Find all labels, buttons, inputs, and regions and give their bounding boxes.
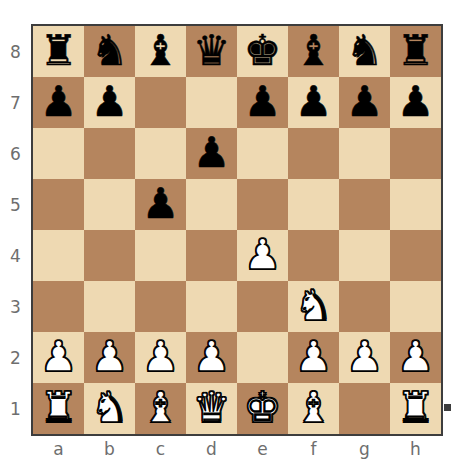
square-f3[interactable]: ♞: [288, 281, 339, 332]
piece-white-pawn[interactable]: ♟: [91, 336, 129, 378]
square-d6[interactable]: ♟: [186, 128, 237, 179]
square-b8[interactable]: ♞: [84, 26, 135, 77]
piece-white-pawn[interactable]: ♟: [193, 336, 231, 378]
rank-label-3: 3: [0, 281, 31, 332]
piece-white-queen[interactable]: ♛: [193, 387, 231, 429]
piece-black-pawn[interactable]: ♟: [397, 81, 435, 123]
square-g3[interactable]: [339, 281, 390, 332]
square-b1[interactable]: ♞: [84, 383, 135, 434]
square-b5[interactable]: [84, 179, 135, 230]
square-c4[interactable]: [135, 230, 186, 281]
square-e3[interactable]: [237, 281, 288, 332]
piece-black-king[interactable]: ♚: [244, 30, 282, 72]
rank-label-5: 5: [0, 179, 31, 230]
square-h6[interactable]: [390, 128, 441, 179]
piece-black-pawn[interactable]: ♟: [40, 81, 78, 123]
rank-label-4: 4: [0, 230, 31, 281]
piece-white-knight[interactable]: ♞: [91, 387, 129, 429]
square-h5[interactable]: [390, 179, 441, 230]
square-e8[interactable]: ♚: [237, 26, 288, 77]
square-g2[interactable]: ♟: [339, 332, 390, 383]
piece-black-bishop[interactable]: ♝: [295, 30, 333, 72]
square-c3[interactable]: [135, 281, 186, 332]
file-label-f: f: [288, 437, 339, 461]
square-d1[interactable]: ♛: [186, 383, 237, 434]
square-d8[interactable]: ♛: [186, 26, 237, 77]
square-c2[interactable]: ♟: [135, 332, 186, 383]
piece-white-pawn[interactable]: ♟: [244, 234, 282, 276]
piece-white-king[interactable]: ♚: [244, 387, 282, 429]
rank-label-6: 6: [0, 128, 31, 179]
square-d3[interactable]: [186, 281, 237, 332]
piece-black-queen[interactable]: ♛: [193, 30, 231, 72]
square-g5[interactable]: [339, 179, 390, 230]
file-label-e: e: [237, 437, 288, 461]
rank-label-8: 8: [0, 26, 31, 77]
square-h4[interactable]: [390, 230, 441, 281]
rank-label-1: 1: [0, 383, 31, 434]
square-h2[interactable]: ♟: [390, 332, 441, 383]
square-f1[interactable]: ♝: [288, 383, 339, 434]
piece-black-bishop[interactable]: ♝: [142, 30, 180, 72]
piece-white-pawn[interactable]: ♟: [397, 336, 435, 378]
rank-label-7: 7: [0, 77, 31, 128]
square-b2[interactable]: ♟: [84, 332, 135, 383]
square-a8[interactable]: ♜: [33, 26, 84, 77]
square-e1[interactable]: ♚: [237, 383, 288, 434]
square-h1[interactable]: ♜: [390, 383, 441, 434]
square-b4[interactable]: [84, 230, 135, 281]
square-e2[interactable]: [237, 332, 288, 383]
piece-black-rook[interactable]: ♜: [397, 30, 435, 72]
piece-black-knight[interactable]: ♞: [91, 30, 129, 72]
square-d2[interactable]: ♟: [186, 332, 237, 383]
square-f2[interactable]: ♟: [288, 332, 339, 383]
piece-black-pawn[interactable]: ♟: [244, 81, 282, 123]
square-a2[interactable]: ♟: [33, 332, 84, 383]
piece-black-pawn[interactable]: ♟: [91, 81, 129, 123]
square-e4[interactable]: ♟: [237, 230, 288, 281]
square-a4[interactable]: [33, 230, 84, 281]
square-c1[interactable]: ♝: [135, 383, 186, 434]
square-a5[interactable]: [33, 179, 84, 230]
piece-black-rook[interactable]: ♜: [40, 30, 78, 72]
file-label-d: d: [186, 437, 237, 461]
square-e7[interactable]: ♟: [237, 77, 288, 128]
square-b3[interactable]: [84, 281, 135, 332]
square-g4[interactable]: [339, 230, 390, 281]
square-e5[interactable]: [237, 179, 288, 230]
piece-white-pawn[interactable]: ♟: [40, 336, 78, 378]
square-f8[interactable]: ♝: [288, 26, 339, 77]
file-label-h: h: [390, 437, 441, 461]
chess-app: 87654321 ♜♞♝♛♚♝♞♜♟♟♟♟♟♟♟♟♟♞♟♟♟♟♟♟♟♜♞♝♛♚♝…: [0, 0, 464, 464]
square-h7[interactable]: ♟: [390, 77, 441, 128]
square-c5[interactable]: ♟: [135, 179, 186, 230]
square-g6[interactable]: [339, 128, 390, 179]
piece-white-rook[interactable]: ♜: [40, 387, 78, 429]
rank-label-2: 2: [0, 332, 31, 383]
piece-black-pawn[interactable]: ♟: [295, 81, 333, 123]
square-c6[interactable]: [135, 128, 186, 179]
piece-white-pawn[interactable]: ♟: [295, 336, 333, 378]
square-c8[interactable]: ♝: [135, 26, 186, 77]
square-a6[interactable]: [33, 128, 84, 179]
side-to-move-indicator: [444, 404, 451, 411]
square-g1[interactable]: [339, 383, 390, 434]
square-b6[interactable]: [84, 128, 135, 179]
rank-labels: 87654321: [0, 26, 31, 434]
square-e6[interactable]: [237, 128, 288, 179]
square-a1[interactable]: ♜: [33, 383, 84, 434]
square-d5[interactable]: [186, 179, 237, 230]
square-f4[interactable]: [288, 230, 339, 281]
square-a3[interactable]: [33, 281, 84, 332]
piece-white-rook[interactable]: ♜: [397, 387, 435, 429]
square-b7[interactable]: ♟: [84, 77, 135, 128]
file-label-a: a: [33, 437, 84, 461]
piece-white-pawn[interactable]: ♟: [346, 336, 384, 378]
file-label-g: g: [339, 437, 390, 461]
square-a7[interactable]: ♟: [33, 77, 84, 128]
square-f6[interactable]: [288, 128, 339, 179]
piece-white-knight[interactable]: ♞: [295, 285, 333, 327]
piece-black-pawn[interactable]: ♟: [142, 183, 180, 225]
square-g7[interactable]: ♟: [339, 77, 390, 128]
square-h8[interactable]: ♜: [390, 26, 441, 77]
piece-black-pawn[interactable]: ♟: [193, 132, 231, 174]
square-g8[interactable]: ♞: [339, 26, 390, 77]
file-label-c: c: [135, 437, 186, 461]
piece-white-bishop[interactable]: ♝: [295, 387, 333, 429]
square-f5[interactable]: [288, 179, 339, 230]
piece-black-knight[interactable]: ♞: [346, 30, 384, 72]
file-labels: abcdefgh: [33, 437, 441, 461]
square-d4[interactable]: [186, 230, 237, 281]
square-c7[interactable]: [135, 77, 186, 128]
square-f7[interactable]: ♟: [288, 77, 339, 128]
file-label-b: b: [84, 437, 135, 461]
piece-white-bishop[interactable]: ♝: [142, 387, 180, 429]
piece-black-pawn[interactable]: ♟: [346, 81, 384, 123]
chess-board: ♜♞♝♛♚♝♞♜♟♟♟♟♟♟♟♟♟♞♟♟♟♟♟♟♟♜♞♝♛♚♝♜: [31, 24, 443, 436]
square-h3[interactable]: [390, 281, 441, 332]
square-d7[interactable]: [186, 77, 237, 128]
piece-white-pawn[interactable]: ♟: [142, 336, 180, 378]
